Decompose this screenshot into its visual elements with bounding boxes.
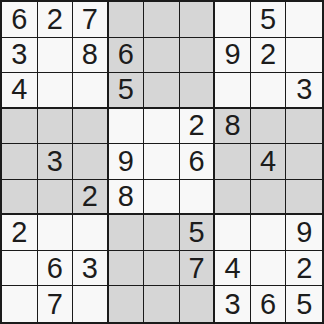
cell-r5c1[interactable] xyxy=(2,144,38,180)
cell-r1c7[interactable] xyxy=(215,2,251,38)
cell-r3c4[interactable]: 5 xyxy=(109,73,145,109)
cell-r9c2[interactable]: 7 xyxy=(38,286,74,322)
cell-r1c1[interactable]: 6 xyxy=(2,2,38,38)
cell-r1c2[interactable]: 2 xyxy=(38,2,74,38)
cell-r2c7[interactable]: 9 xyxy=(215,38,251,74)
cell-r4c8[interactable] xyxy=(251,109,287,145)
cell-r4c7[interactable]: 8 xyxy=(215,109,251,145)
cell-r8c3[interactable]: 3 xyxy=(73,251,109,287)
cell-r4c6[interactable]: 2 xyxy=(180,109,216,145)
cell-r6c4[interactable]: 8 xyxy=(109,180,145,216)
cell-r7c1[interactable]: 2 xyxy=(2,215,38,251)
cell-r8c7[interactable]: 4 xyxy=(215,251,251,287)
cell-r7c7[interactable] xyxy=(215,215,251,251)
cell-r6c7[interactable] xyxy=(215,180,251,216)
cell-r2c4[interactable]: 6 xyxy=(109,38,145,74)
cell-r7c8[interactable] xyxy=(251,215,287,251)
cell-r3c9[interactable]: 3 xyxy=(286,73,322,109)
cell-r6c2[interactable] xyxy=(38,180,74,216)
cell-r7c6[interactable]: 5 xyxy=(180,215,216,251)
cell-r5c5[interactable] xyxy=(144,144,180,180)
cell-r4c2[interactable] xyxy=(38,109,74,145)
cell-r1c6[interactable] xyxy=(180,2,216,38)
cell-r7c2[interactable] xyxy=(38,215,74,251)
cell-r6c9[interactable] xyxy=(286,180,322,216)
cell-r8c1[interactable] xyxy=(2,251,38,287)
cell-r3c6[interactable] xyxy=(180,73,216,109)
cell-r2c3[interactable]: 8 xyxy=(73,38,109,74)
cell-r3c7[interactable] xyxy=(215,73,251,109)
cell-r5c6[interactable]: 6 xyxy=(180,144,216,180)
cell-r4c3[interactable] xyxy=(73,109,109,145)
cell-r2c1[interactable]: 3 xyxy=(2,38,38,74)
sudoku-board: 62753869245328396428259637427365 xyxy=(0,0,324,324)
cell-r8c9[interactable]: 2 xyxy=(286,251,322,287)
cell-r3c1[interactable]: 4 xyxy=(2,73,38,109)
cell-r2c6[interactable] xyxy=(180,38,216,74)
cell-r8c4[interactable] xyxy=(109,251,145,287)
cell-r6c5[interactable] xyxy=(144,180,180,216)
cell-r9c5[interactable] xyxy=(144,286,180,322)
cell-r4c9[interactable] xyxy=(286,109,322,145)
cell-r1c9[interactable] xyxy=(286,2,322,38)
cell-r9c9[interactable]: 5 xyxy=(286,286,322,322)
cell-r9c7[interactable]: 3 xyxy=(215,286,251,322)
cell-r7c3[interactable] xyxy=(73,215,109,251)
cell-r9c8[interactable]: 6 xyxy=(251,286,287,322)
cell-r6c8[interactable] xyxy=(251,180,287,216)
cell-r5c2[interactable]: 3 xyxy=(38,144,74,180)
cell-r1c5[interactable] xyxy=(144,2,180,38)
cell-r2c9[interactable] xyxy=(286,38,322,74)
cell-r3c5[interactable] xyxy=(144,73,180,109)
cell-r5c3[interactable] xyxy=(73,144,109,180)
cell-r3c3[interactable] xyxy=(73,73,109,109)
cell-r8c2[interactable]: 6 xyxy=(38,251,74,287)
cell-r5c4[interactable]: 9 xyxy=(109,144,145,180)
cell-r5c8[interactable]: 4 xyxy=(251,144,287,180)
cell-r3c2[interactable] xyxy=(38,73,74,109)
cell-r9c6[interactable] xyxy=(180,286,216,322)
cell-r9c3[interactable] xyxy=(73,286,109,322)
cell-r7c9[interactable]: 9 xyxy=(286,215,322,251)
cell-r1c4[interactable] xyxy=(109,2,145,38)
cell-r4c1[interactable] xyxy=(2,109,38,145)
cell-r5c9[interactable] xyxy=(286,144,322,180)
cell-r1c8[interactable]: 5 xyxy=(251,2,287,38)
cell-r8c5[interactable] xyxy=(144,251,180,287)
cell-r9c4[interactable] xyxy=(109,286,145,322)
cell-r6c6[interactable] xyxy=(180,180,216,216)
cell-r8c8[interactable] xyxy=(251,251,287,287)
cell-r6c1[interactable] xyxy=(2,180,38,216)
cell-r4c4[interactable] xyxy=(109,109,145,145)
cell-r3c8[interactable] xyxy=(251,73,287,109)
cell-r7c4[interactable] xyxy=(109,215,145,251)
cell-r7c5[interactable] xyxy=(144,215,180,251)
cell-r1c3[interactable]: 7 xyxy=(73,2,109,38)
cell-r4c5[interactable] xyxy=(144,109,180,145)
cell-r8c6[interactable]: 7 xyxy=(180,251,216,287)
cell-r2c2[interactable] xyxy=(38,38,74,74)
cell-r9c1[interactable] xyxy=(2,286,38,322)
cell-r6c3[interactable]: 2 xyxy=(73,180,109,216)
cell-r5c7[interactable] xyxy=(215,144,251,180)
cell-r2c8[interactable]: 2 xyxy=(251,38,287,74)
cell-r2c5[interactable] xyxy=(144,38,180,74)
